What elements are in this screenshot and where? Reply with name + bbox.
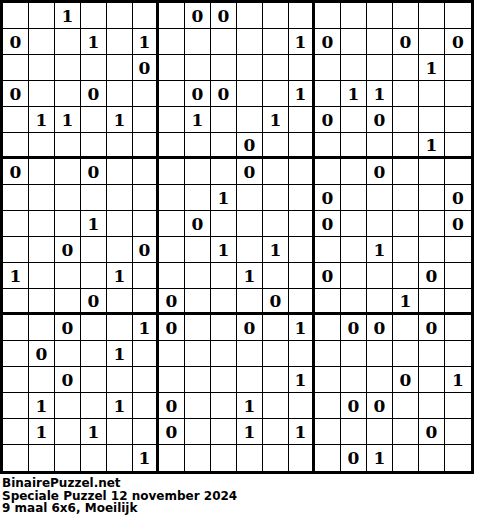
cell-r2c10[interactable] [237, 29, 263, 55]
cell-r7c11[interactable] [263, 159, 289, 185]
cell-r9c3[interactable] [55, 211, 81, 237]
cell-r1c4[interactable] [81, 3, 107, 29]
cell-r18c13[interactable] [315, 445, 341, 471]
cell-r8c11[interactable] [263, 185, 289, 211]
cell-r17c5[interactable] [107, 419, 133, 445]
cell-r2c15[interactable] [367, 29, 393, 55]
cell-r13c11[interactable] [263, 315, 289, 341]
cell-r7c14[interactable] [341, 159, 367, 185]
cell-r17c8[interactable] [185, 419, 211, 445]
cell-r7c15[interactable]: 0 [367, 159, 393, 185]
cell-r8c7[interactable] [159, 185, 185, 211]
cell-r10c13[interactable] [315, 237, 341, 263]
cell-r10c16[interactable] [393, 237, 419, 263]
cell-r2c9[interactable] [211, 29, 237, 55]
cell-r8c9[interactable]: 1 [211, 185, 237, 211]
cell-r1c14[interactable] [341, 3, 367, 29]
cell-r13c3[interactable]: 0 [55, 315, 81, 341]
cell-r13c1[interactable] [3, 315, 29, 341]
cell-r12c2[interactable] [29, 289, 55, 315]
cell-r6c11[interactable] [263, 133, 289, 159]
cell-r1c1[interactable] [3, 3, 29, 29]
cell-r13c2[interactable] [29, 315, 55, 341]
cell-r13c9[interactable] [211, 315, 237, 341]
cell-r14c5[interactable]: 1 [107, 341, 133, 367]
cell-r7c10[interactable]: 0 [237, 159, 263, 185]
cell-r14c12[interactable] [289, 341, 315, 367]
cell-r2c16[interactable]: 0 [393, 29, 419, 55]
cell-r5c13[interactable]: 0 [315, 107, 341, 133]
cell-r6c1[interactable] [3, 133, 29, 159]
cell-r9c6[interactable] [133, 211, 159, 237]
cell-r15c3[interactable]: 0 [55, 367, 81, 393]
cell-r12c5[interactable] [107, 289, 133, 315]
cell-r2c2[interactable] [29, 29, 55, 55]
cell-r7c9[interactable] [211, 159, 237, 185]
cell-r18c11[interactable] [263, 445, 289, 471]
cell-r9c1[interactable] [3, 211, 29, 237]
cell-r9c2[interactable] [29, 211, 55, 237]
cell-r18c17[interactable] [419, 445, 445, 471]
cell-r8c17[interactable] [419, 185, 445, 211]
cell-r5c12[interactable] [289, 107, 315, 133]
cell-r13c4[interactable] [81, 315, 107, 341]
cell-r7c7[interactable] [159, 159, 185, 185]
cell-r2c12[interactable]: 1 [289, 29, 315, 55]
cell-r18c4[interactable] [81, 445, 107, 471]
cell-r6c8[interactable] [185, 133, 211, 159]
cell-r14c10[interactable] [237, 341, 263, 367]
cell-r18c3[interactable] [55, 445, 81, 471]
cell-r3c18[interactable] [445, 55, 471, 81]
cell-r4c3[interactable] [55, 81, 81, 107]
cell-r18c2[interactable] [29, 445, 55, 471]
cell-r10c18[interactable] [445, 237, 471, 263]
cell-r5c10[interactable] [237, 107, 263, 133]
cell-r16c5[interactable]: 1 [107, 393, 133, 419]
cell-r1c5[interactable] [107, 3, 133, 29]
cell-r14c13[interactable] [315, 341, 341, 367]
cell-r8c16[interactable] [393, 185, 419, 211]
cell-r8c14[interactable] [341, 185, 367, 211]
cell-r7c5[interactable] [107, 159, 133, 185]
cell-r14c16[interactable] [393, 341, 419, 367]
cell-r16c12[interactable] [289, 393, 315, 419]
cell-r12c10[interactable] [237, 289, 263, 315]
cell-r10c1[interactable] [3, 237, 29, 263]
cell-r17c14[interactable] [341, 419, 367, 445]
cell-r6c4[interactable] [81, 133, 107, 159]
cell-r11c15[interactable] [367, 263, 393, 289]
cell-r9c8[interactable]: 0 [185, 211, 211, 237]
cell-r15c6[interactable] [133, 367, 159, 393]
cell-r7c12[interactable] [289, 159, 315, 185]
cell-r1c6[interactable] [133, 3, 159, 29]
cell-r16c11[interactable] [263, 393, 289, 419]
cell-r4c10[interactable] [237, 81, 263, 107]
cell-r11c3[interactable] [55, 263, 81, 289]
cell-r17c6[interactable] [133, 419, 159, 445]
cell-r8c1[interactable] [3, 185, 29, 211]
cell-r9c12[interactable] [289, 211, 315, 237]
cell-r4c18[interactable] [445, 81, 471, 107]
cell-r6c18[interactable] [445, 133, 471, 159]
cell-r17c1[interactable] [3, 419, 29, 445]
cell-r15c7[interactable] [159, 367, 185, 393]
cell-r7c2[interactable] [29, 159, 55, 185]
cell-r3c7[interactable] [159, 55, 185, 81]
cell-r15c15[interactable] [367, 367, 393, 393]
cell-r9c17[interactable] [419, 211, 445, 237]
cell-r5c1[interactable] [3, 107, 29, 133]
cell-r1c11[interactable] [263, 3, 289, 29]
cell-r8c5[interactable] [107, 185, 133, 211]
cell-r13c6[interactable]: 1 [133, 315, 159, 341]
cell-r8c15[interactable] [367, 185, 393, 211]
cell-r1c12[interactable] [289, 3, 315, 29]
cell-r4c14[interactable]: 1 [341, 81, 367, 107]
cell-r8c12[interactable] [289, 185, 315, 211]
cell-r3c10[interactable] [237, 55, 263, 81]
cell-r10c12[interactable] [289, 237, 315, 263]
cell-r2c5[interactable] [107, 29, 133, 55]
cell-r6c2[interactable] [29, 133, 55, 159]
cell-r3c15[interactable] [367, 55, 393, 81]
cell-r16c15[interactable]: 0 [367, 393, 393, 419]
cell-r10c10[interactable] [237, 237, 263, 263]
cell-r14c6[interactable] [133, 341, 159, 367]
cell-r3c11[interactable] [263, 55, 289, 81]
cell-r10c7[interactable] [159, 237, 185, 263]
cell-r2c4[interactable]: 1 [81, 29, 107, 55]
cell-r1c16[interactable] [393, 3, 419, 29]
cell-r4c4[interactable]: 0 [81, 81, 107, 107]
cell-r18c10[interactable] [237, 445, 263, 471]
cell-r13c13[interactable] [315, 315, 341, 341]
cell-r4c6[interactable] [133, 81, 159, 107]
cell-r6c12[interactable] [289, 133, 315, 159]
cell-r6c3[interactable] [55, 133, 81, 159]
cell-r4c1[interactable]: 0 [3, 81, 29, 107]
cell-r7c3[interactable] [55, 159, 81, 185]
cell-r6c13[interactable] [315, 133, 341, 159]
cell-r11c16[interactable] [393, 263, 419, 289]
cell-r10c11[interactable]: 1 [263, 237, 289, 263]
cell-r9c9[interactable] [211, 211, 237, 237]
cell-r12c4[interactable]: 0 [81, 289, 107, 315]
cell-r12c17[interactable] [419, 289, 445, 315]
cell-r7c1[interactable]: 0 [3, 159, 29, 185]
cell-r10c6[interactable]: 0 [133, 237, 159, 263]
cell-r5c3[interactable]: 1 [55, 107, 81, 133]
cell-r5c14[interactable] [341, 107, 367, 133]
cell-r13c8[interactable] [185, 315, 211, 341]
cell-r14c2[interactable]: 0 [29, 341, 55, 367]
cell-r15c4[interactable] [81, 367, 107, 393]
cell-r15c9[interactable] [211, 367, 237, 393]
cell-r8c6[interactable] [133, 185, 159, 211]
cell-r5c16[interactable] [393, 107, 419, 133]
cell-r9c4[interactable]: 1 [81, 211, 107, 237]
cell-r17c17[interactable]: 0 [419, 419, 445, 445]
cell-r3c9[interactable] [211, 55, 237, 81]
cell-r8c8[interactable] [185, 185, 211, 211]
cell-r5c2[interactable]: 1 [29, 107, 55, 133]
cell-r17c10[interactable]: 1 [237, 419, 263, 445]
cell-r4c12[interactable]: 1 [289, 81, 315, 107]
cell-r13c7[interactable]: 0 [159, 315, 185, 341]
cell-r3c6[interactable]: 0 [133, 55, 159, 81]
cell-r11c1[interactable]: 1 [3, 263, 29, 289]
cell-r3c12[interactable] [289, 55, 315, 81]
cell-r12c12[interactable] [289, 289, 315, 315]
cell-r16c16[interactable] [393, 393, 419, 419]
cell-r2c13[interactable]: 0 [315, 29, 341, 55]
cell-r3c8[interactable] [185, 55, 211, 81]
cell-r10c8[interactable] [185, 237, 211, 263]
cell-r17c18[interactable] [445, 419, 471, 445]
cell-r4c16[interactable] [393, 81, 419, 107]
cell-r5c6[interactable] [133, 107, 159, 133]
cell-r14c17[interactable] [419, 341, 445, 367]
cell-r7c16[interactable] [393, 159, 419, 185]
cell-r17c9[interactable] [211, 419, 237, 445]
cell-r5c9[interactable] [211, 107, 237, 133]
cell-r7c6[interactable] [133, 159, 159, 185]
cell-r15c18[interactable]: 1 [445, 367, 471, 393]
cell-r3c16[interactable] [393, 55, 419, 81]
cell-r6c15[interactable] [367, 133, 393, 159]
cell-r10c17[interactable] [419, 237, 445, 263]
cell-r3c4[interactable] [81, 55, 107, 81]
cell-r14c18[interactable] [445, 341, 471, 367]
cell-r17c16[interactable] [393, 419, 419, 445]
cell-r17c3[interactable] [55, 419, 81, 445]
cell-r3c14[interactable] [341, 55, 367, 81]
cell-r12c15[interactable] [367, 289, 393, 315]
cell-r16c7[interactable]: 0 [159, 393, 185, 419]
cell-r1c18[interactable] [445, 3, 471, 29]
cell-r5c11[interactable]: 1 [263, 107, 289, 133]
cell-r10c2[interactable] [29, 237, 55, 263]
cell-r14c15[interactable] [367, 341, 393, 367]
cell-r16c9[interactable] [211, 393, 237, 419]
cell-r14c1[interactable] [3, 341, 29, 367]
cell-r1c13[interactable] [315, 3, 341, 29]
cell-r12c8[interactable] [185, 289, 211, 315]
cell-r3c2[interactable] [29, 55, 55, 81]
cell-r9c18[interactable]: 0 [445, 211, 471, 237]
cell-r8c4[interactable] [81, 185, 107, 211]
cell-r17c4[interactable]: 1 [81, 419, 107, 445]
cell-r2c1[interactable]: 0 [3, 29, 29, 55]
cell-r7c4[interactable]: 0 [81, 159, 107, 185]
cell-r10c5[interactable] [107, 237, 133, 263]
cell-r11c4[interactable] [81, 263, 107, 289]
cell-r12c3[interactable] [55, 289, 81, 315]
cell-r11c18[interactable] [445, 263, 471, 289]
cell-r15c13[interactable] [315, 367, 341, 393]
cell-r18c15[interactable]: 1 [367, 445, 393, 471]
cell-r15c16[interactable]: 0 [393, 367, 419, 393]
cell-r8c18[interactable]: 0 [445, 185, 471, 211]
cell-r13c10[interactable]: 0 [237, 315, 263, 341]
cell-r17c15[interactable] [367, 419, 393, 445]
cell-r2c18[interactable]: 0 [445, 29, 471, 55]
cell-r15c12[interactable]: 1 [289, 367, 315, 393]
cell-r15c17[interactable] [419, 367, 445, 393]
cell-r3c17[interactable]: 1 [419, 55, 445, 81]
cell-r17c7[interactable]: 0 [159, 419, 185, 445]
cell-r18c14[interactable]: 0 [341, 445, 367, 471]
cell-r8c3[interactable] [55, 185, 81, 211]
cell-r1c7[interactable] [159, 3, 185, 29]
cell-r4c9[interactable]: 0 [211, 81, 237, 107]
cell-r2c11[interactable] [263, 29, 289, 55]
cell-r16c1[interactable] [3, 393, 29, 419]
cell-r4c5[interactable] [107, 81, 133, 107]
cell-r11c2[interactable] [29, 263, 55, 289]
cell-r3c13[interactable] [315, 55, 341, 81]
cell-r4c7[interactable] [159, 81, 185, 107]
cell-r11c17[interactable]: 0 [419, 263, 445, 289]
cell-r15c11[interactable] [263, 367, 289, 393]
cell-r6c17[interactable]: 1 [419, 133, 445, 159]
cell-r13c17[interactable]: 0 [419, 315, 445, 341]
cell-r13c14[interactable]: 0 [341, 315, 367, 341]
cell-r9c13[interactable]: 0 [315, 211, 341, 237]
cell-r18c7[interactable] [159, 445, 185, 471]
cell-r16c8[interactable] [185, 393, 211, 419]
cell-r14c3[interactable] [55, 341, 81, 367]
cell-r3c5[interactable] [107, 55, 133, 81]
cell-r15c1[interactable] [3, 367, 29, 393]
cell-r4c15[interactable]: 1 [367, 81, 393, 107]
cell-r11c10[interactable]: 1 [237, 263, 263, 289]
cell-r1c8[interactable]: 0 [185, 3, 211, 29]
cell-r14c14[interactable] [341, 341, 367, 367]
cell-r2c3[interactable] [55, 29, 81, 55]
cell-r16c10[interactable]: 1 [237, 393, 263, 419]
cell-r12c14[interactable] [341, 289, 367, 315]
cell-r9c7[interactable] [159, 211, 185, 237]
cell-r1c3[interactable]: 1 [55, 3, 81, 29]
cell-r12c11[interactable]: 0 [263, 289, 289, 315]
cell-r2c6[interactable]: 1 [133, 29, 159, 55]
cell-r4c11[interactable] [263, 81, 289, 107]
cell-r16c3[interactable] [55, 393, 81, 419]
cell-r5c15[interactable]: 0 [367, 107, 393, 133]
cell-r1c17[interactable] [419, 3, 445, 29]
cell-r12c13[interactable] [315, 289, 341, 315]
cell-r18c18[interactable] [445, 445, 471, 471]
cell-r6c14[interactable] [341, 133, 367, 159]
cell-r12c18[interactable] [445, 289, 471, 315]
cell-r2c17[interactable] [419, 29, 445, 55]
cell-r9c16[interactable] [393, 211, 419, 237]
cell-r16c14[interactable]: 0 [341, 393, 367, 419]
cell-r10c14[interactable] [341, 237, 367, 263]
cell-r16c17[interactable] [419, 393, 445, 419]
cell-r10c9[interactable]: 1 [211, 237, 237, 263]
cell-r16c6[interactable] [133, 393, 159, 419]
cell-r12c9[interactable] [211, 289, 237, 315]
cell-r11c12[interactable] [289, 263, 315, 289]
cell-r13c12[interactable]: 1 [289, 315, 315, 341]
cell-r1c2[interactable] [29, 3, 55, 29]
cell-r6c16[interactable] [393, 133, 419, 159]
cell-r16c13[interactable] [315, 393, 341, 419]
cell-r16c4[interactable] [81, 393, 107, 419]
cell-r11c11[interactable] [263, 263, 289, 289]
cell-r17c11[interactable] [263, 419, 289, 445]
cell-r12c7[interactable]: 0 [159, 289, 185, 315]
cell-r17c13[interactable] [315, 419, 341, 445]
cell-r11c5[interactable]: 1 [107, 263, 133, 289]
cell-r5c18[interactable] [445, 107, 471, 133]
cell-r6c10[interactable]: 0 [237, 133, 263, 159]
cell-r6c9[interactable] [211, 133, 237, 159]
cell-r11c8[interactable] [185, 263, 211, 289]
cell-r3c1[interactable] [3, 55, 29, 81]
cell-r10c3[interactable]: 0 [55, 237, 81, 263]
cell-r14c8[interactable] [185, 341, 211, 367]
cell-r18c5[interactable] [107, 445, 133, 471]
cell-r1c10[interactable] [237, 3, 263, 29]
cell-r15c2[interactable] [29, 367, 55, 393]
cell-r5c5[interactable]: 1 [107, 107, 133, 133]
cell-r17c2[interactable]: 1 [29, 419, 55, 445]
cell-r6c6[interactable] [133, 133, 159, 159]
cell-r4c8[interactable]: 0 [185, 81, 211, 107]
cell-r2c7[interactable] [159, 29, 185, 55]
cell-r9c11[interactable] [263, 211, 289, 237]
cell-r16c2[interactable]: 1 [29, 393, 55, 419]
cell-r6c7[interactable] [159, 133, 185, 159]
cell-r12c1[interactable] [3, 289, 29, 315]
cell-r12c16[interactable]: 1 [393, 289, 419, 315]
cell-r13c15[interactable]: 0 [367, 315, 393, 341]
cell-r13c18[interactable] [445, 315, 471, 341]
cell-r18c8[interactable] [185, 445, 211, 471]
cell-r9c14[interactable] [341, 211, 367, 237]
cell-r5c8[interactable]: 1 [185, 107, 211, 133]
cell-r8c2[interactable] [29, 185, 55, 211]
cell-r6c5[interactable] [107, 133, 133, 159]
cell-r11c14[interactable] [341, 263, 367, 289]
cell-r17c12[interactable]: 1 [289, 419, 315, 445]
cell-r18c12[interactable] [289, 445, 315, 471]
cell-r3c3[interactable] [55, 55, 81, 81]
cell-r18c6[interactable]: 1 [133, 445, 159, 471]
cell-r4c17[interactable] [419, 81, 445, 107]
cell-r10c15[interactable]: 1 [367, 237, 393, 263]
cell-r1c9[interactable]: 0 [211, 3, 237, 29]
cell-r5c4[interactable] [81, 107, 107, 133]
cell-r8c13[interactable]: 0 [315, 185, 341, 211]
cell-r9c15[interactable] [367, 211, 393, 237]
cell-r14c7[interactable] [159, 341, 185, 367]
cell-r7c13[interactable] [315, 159, 341, 185]
cell-r18c9[interactable] [211, 445, 237, 471]
cell-r11c6[interactable] [133, 263, 159, 289]
cell-r7c18[interactable] [445, 159, 471, 185]
cell-r15c10[interactable] [237, 367, 263, 393]
cell-r5c7[interactable] [159, 107, 185, 133]
cell-r14c4[interactable] [81, 341, 107, 367]
cell-r15c5[interactable] [107, 367, 133, 393]
cell-r18c1[interactable] [3, 445, 29, 471]
